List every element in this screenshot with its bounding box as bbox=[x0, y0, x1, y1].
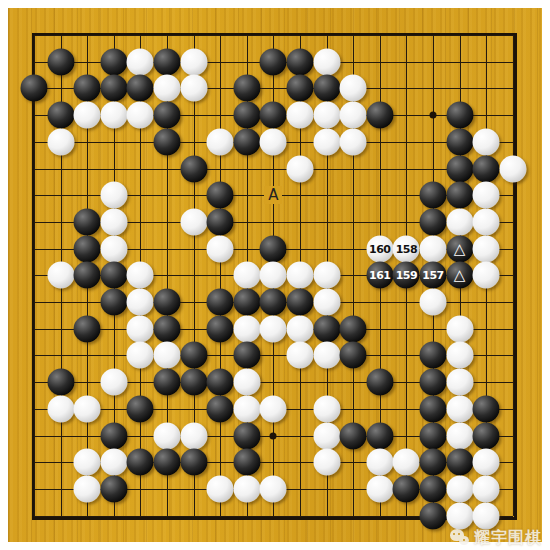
black-stone bbox=[233, 422, 260, 449]
white-stone bbox=[446, 422, 473, 449]
white-stone bbox=[313, 262, 340, 289]
white-stone bbox=[233, 369, 260, 396]
black-stone bbox=[420, 342, 447, 369]
white-stone bbox=[313, 48, 340, 75]
black-stone bbox=[233, 449, 260, 476]
black-stone bbox=[340, 315, 367, 342]
black-stone bbox=[420, 369, 447, 396]
black-stone bbox=[154, 48, 181, 75]
white-stone bbox=[74, 475, 101, 502]
white-stone bbox=[233, 395, 260, 422]
triangle-mark: △ bbox=[454, 268, 466, 283]
white-stone bbox=[313, 102, 340, 129]
black-stone bbox=[100, 475, 127, 502]
black-stone bbox=[100, 48, 127, 75]
move-number-label: 161 bbox=[369, 270, 390, 281]
board-grid: 160158△161159157△A bbox=[34, 35, 513, 516]
logo-text: 耀宇围棋 bbox=[474, 528, 542, 549]
black-stone bbox=[233, 102, 260, 129]
white-stone bbox=[154, 342, 181, 369]
white-stone bbox=[207, 128, 234, 155]
white-stone bbox=[100, 235, 127, 262]
black-stone bbox=[154, 289, 181, 316]
black-stone bbox=[154, 128, 181, 155]
black-stone bbox=[154, 369, 181, 396]
black-stone bbox=[260, 48, 287, 75]
black-stone bbox=[260, 289, 287, 316]
black-stone bbox=[47, 48, 74, 75]
white-stone bbox=[154, 75, 181, 102]
black-stone bbox=[207, 289, 234, 316]
black-stone bbox=[446, 449, 473, 476]
white-stone bbox=[207, 235, 234, 262]
white-stone bbox=[313, 422, 340, 449]
black-stone: △ bbox=[446, 235, 473, 262]
black-stone bbox=[207, 208, 234, 235]
black-stone: △ bbox=[446, 262, 473, 289]
white-stone bbox=[393, 449, 420, 476]
wechat-icon bbox=[450, 529, 470, 548]
black-stone: 161 bbox=[366, 262, 393, 289]
white-stone bbox=[47, 395, 74, 422]
white-stone bbox=[287, 315, 314, 342]
white-stone bbox=[340, 75, 367, 102]
white-stone bbox=[446, 315, 473, 342]
triangle-mark: △ bbox=[454, 241, 466, 256]
black-stone bbox=[287, 75, 314, 102]
black-stone bbox=[233, 342, 260, 369]
white-stone bbox=[127, 262, 154, 289]
black-stone bbox=[233, 128, 260, 155]
black-stone: 157 bbox=[420, 262, 447, 289]
white-stone bbox=[233, 475, 260, 502]
black-stone bbox=[420, 449, 447, 476]
black-stone bbox=[207, 315, 234, 342]
white-stone bbox=[473, 208, 500, 235]
white-stone bbox=[207, 475, 234, 502]
white-stone bbox=[74, 102, 101, 129]
move-number-label: 160 bbox=[369, 243, 390, 254]
black-stone bbox=[340, 342, 367, 369]
white-stone bbox=[127, 342, 154, 369]
black-stone bbox=[420, 422, 447, 449]
black-stone bbox=[154, 315, 181, 342]
white-stone bbox=[420, 235, 447, 262]
black-stone bbox=[446, 128, 473, 155]
white-stone: 158 bbox=[393, 235, 420, 262]
white-stone bbox=[446, 369, 473, 396]
black-stone bbox=[127, 75, 154, 102]
black-stone bbox=[74, 262, 101, 289]
white-stone bbox=[180, 208, 207, 235]
black-stone bbox=[100, 262, 127, 289]
white-stone bbox=[499, 155, 526, 182]
black-stone bbox=[180, 342, 207, 369]
point-label-A: A bbox=[264, 186, 282, 204]
black-stone bbox=[207, 182, 234, 209]
black-stone bbox=[473, 395, 500, 422]
move-number-label: 157 bbox=[422, 270, 443, 281]
star-point bbox=[430, 112, 437, 119]
white-stone bbox=[473, 182, 500, 209]
white-stone bbox=[473, 128, 500, 155]
black-stone bbox=[340, 422, 367, 449]
white-stone bbox=[180, 48, 207, 75]
white-stone bbox=[100, 102, 127, 129]
white-stone bbox=[313, 449, 340, 476]
black-stone bbox=[180, 449, 207, 476]
black-stone bbox=[127, 449, 154, 476]
grid-line-v bbox=[513, 35, 514, 516]
black-stone bbox=[180, 155, 207, 182]
white-stone bbox=[287, 262, 314, 289]
black-stone bbox=[154, 449, 181, 476]
white-stone bbox=[313, 289, 340, 316]
black-stone bbox=[446, 182, 473, 209]
white-stone bbox=[473, 235, 500, 262]
white-stone bbox=[127, 48, 154, 75]
black-stone bbox=[233, 289, 260, 316]
black-stone bbox=[287, 289, 314, 316]
white-stone bbox=[340, 102, 367, 129]
black-stone bbox=[127, 395, 154, 422]
black-stone: 159 bbox=[393, 262, 420, 289]
white-stone bbox=[233, 262, 260, 289]
white-stone bbox=[366, 449, 393, 476]
black-stone bbox=[21, 75, 48, 102]
white-stone bbox=[313, 128, 340, 155]
black-stone bbox=[74, 75, 101, 102]
white-stone bbox=[446, 342, 473, 369]
black-stone bbox=[393, 475, 420, 502]
white-stone bbox=[233, 315, 260, 342]
black-stone bbox=[74, 208, 101, 235]
white-stone bbox=[473, 262, 500, 289]
black-stone bbox=[47, 369, 74, 396]
black-stone bbox=[420, 182, 447, 209]
white-stone bbox=[366, 475, 393, 502]
black-stone bbox=[287, 48, 314, 75]
white-stone bbox=[260, 128, 287, 155]
black-stone bbox=[207, 369, 234, 396]
white-stone bbox=[313, 395, 340, 422]
move-number-label: 159 bbox=[396, 270, 417, 281]
star-point bbox=[270, 432, 277, 439]
white-stone bbox=[127, 102, 154, 129]
white-stone bbox=[287, 102, 314, 129]
white-stone bbox=[127, 315, 154, 342]
move-number-label: 158 bbox=[396, 243, 417, 254]
white-stone bbox=[260, 395, 287, 422]
black-stone bbox=[366, 422, 393, 449]
white-stone bbox=[154, 422, 181, 449]
black-stone bbox=[100, 289, 127, 316]
white-stone bbox=[446, 395, 473, 422]
white-stone bbox=[74, 449, 101, 476]
white-stone bbox=[260, 315, 287, 342]
black-stone bbox=[473, 155, 500, 182]
white-stone bbox=[260, 262, 287, 289]
white-stone bbox=[180, 75, 207, 102]
black-stone bbox=[233, 75, 260, 102]
black-stone bbox=[313, 75, 340, 102]
black-stone bbox=[207, 395, 234, 422]
black-stone bbox=[366, 369, 393, 396]
white-stone bbox=[260, 475, 287, 502]
black-stone bbox=[366, 102, 393, 129]
white-stone bbox=[100, 208, 127, 235]
black-stone bbox=[313, 315, 340, 342]
black-stone bbox=[100, 75, 127, 102]
white-stone bbox=[340, 128, 367, 155]
black-stone bbox=[446, 102, 473, 129]
white-stone bbox=[420, 289, 447, 316]
black-stone bbox=[47, 102, 74, 129]
black-stone bbox=[100, 422, 127, 449]
black-stone bbox=[154, 102, 181, 129]
white-stone bbox=[313, 342, 340, 369]
black-stone bbox=[420, 475, 447, 502]
white-stone bbox=[446, 208, 473, 235]
black-stone bbox=[74, 235, 101, 262]
white-stone bbox=[47, 262, 74, 289]
white-stone bbox=[47, 128, 74, 155]
black-stone bbox=[260, 235, 287, 262]
white-stone bbox=[180, 422, 207, 449]
black-stone bbox=[260, 102, 287, 129]
black-stone bbox=[74, 315, 101, 342]
white-stone bbox=[127, 289, 154, 316]
white-stone bbox=[100, 369, 127, 396]
black-stone bbox=[420, 502, 447, 529]
white-stone bbox=[287, 155, 314, 182]
white-stone bbox=[100, 449, 127, 476]
go-board[interactable]: 160158△161159157△A bbox=[8, 8, 542, 542]
white-stone bbox=[446, 475, 473, 502]
black-stone bbox=[446, 155, 473, 182]
watermark: 耀宇围棋 bbox=[450, 526, 542, 550]
white-stone bbox=[100, 182, 127, 209]
white-stone bbox=[473, 449, 500, 476]
black-stone bbox=[420, 395, 447, 422]
white-stone bbox=[74, 395, 101, 422]
white-stone: 160 bbox=[366, 235, 393, 262]
black-stone bbox=[473, 422, 500, 449]
black-stone bbox=[420, 208, 447, 235]
white-stone bbox=[287, 342, 314, 369]
black-stone bbox=[180, 369, 207, 396]
white-stone bbox=[473, 475, 500, 502]
